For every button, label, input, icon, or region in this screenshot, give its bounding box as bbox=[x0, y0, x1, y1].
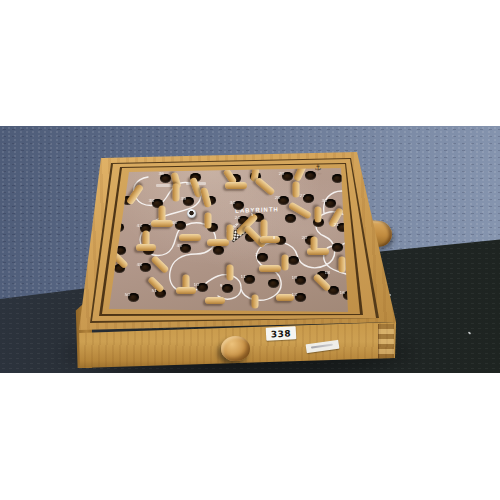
barrier-rod bbox=[136, 244, 156, 251]
hole-number: 19 bbox=[290, 275, 298, 279]
hole-number: 29 bbox=[277, 171, 285, 175]
hole bbox=[305, 171, 316, 180]
hole bbox=[268, 279, 279, 288]
barrier-rod bbox=[282, 254, 289, 270]
hole bbox=[213, 246, 224, 255]
barrier-rod bbox=[176, 287, 196, 294]
price-sticker bbox=[306, 340, 340, 354]
barrier-rod bbox=[227, 264, 234, 280]
front-tilt-knob bbox=[221, 336, 250, 361]
hole-number: 30 bbox=[320, 198, 328, 202]
hole-number: 16 bbox=[338, 290, 346, 294]
barrier-rod bbox=[339, 256, 346, 272]
hole-number: 46 bbox=[170, 220, 178, 224]
barrier-rod bbox=[261, 219, 268, 237]
hole bbox=[332, 174, 343, 183]
screenshot-canvas: 338 ⚓ ····· L bbox=[0, 0, 500, 500]
hole bbox=[288, 256, 299, 265]
steel-ball bbox=[187, 209, 196, 218]
hole-number: 48 bbox=[135, 262, 143, 266]
barrier-rod bbox=[227, 224, 234, 240]
barrier-rod bbox=[311, 236, 318, 250]
hole-number: 50 bbox=[123, 292, 131, 296]
hole-number: 24 bbox=[233, 215, 241, 219]
hole-number: 51 bbox=[150, 288, 158, 292]
hole-number: 36 bbox=[157, 171, 165, 175]
barrier-rod bbox=[259, 265, 281, 272]
hole-number: 10 bbox=[192, 282, 200, 286]
hole-number: 38 bbox=[147, 198, 155, 202]
hole-number: 39 bbox=[179, 196, 187, 200]
box-top: ⚓ ····· LABYRINTH FINISH 363738394041434… bbox=[78, 148, 398, 332]
hole bbox=[285, 214, 296, 223]
hole-number: 45 bbox=[175, 243, 183, 247]
hole-number: 18 bbox=[323, 270, 331, 274]
hole-number: 43 bbox=[135, 223, 143, 227]
barrier-rod bbox=[179, 234, 201, 241]
hole-number: 34 bbox=[228, 200, 236, 204]
hole-number: 11 bbox=[239, 274, 247, 278]
barrier-rod bbox=[252, 294, 259, 308]
hole-number: 27 bbox=[298, 193, 306, 197]
barrier-rod bbox=[205, 297, 225, 304]
photo-background-carpet: 338 ⚓ ····· L bbox=[0, 126, 500, 373]
barrier-rod bbox=[225, 182, 247, 189]
hole-number: 28 bbox=[273, 195, 281, 199]
hole-number: 9 bbox=[217, 283, 225, 287]
hole-number: 13 bbox=[290, 292, 298, 296]
hole-number: 5 bbox=[248, 212, 256, 216]
hole-number: 20 bbox=[300, 235, 308, 239]
barrier-rod bbox=[207, 239, 229, 246]
barrier-rod bbox=[315, 206, 322, 222]
hole-number: 8 bbox=[270, 235, 278, 239]
handwriting-mark bbox=[311, 344, 333, 349]
hole-number: 21 bbox=[332, 222, 340, 226]
hole bbox=[332, 243, 343, 252]
barrier-rod bbox=[205, 212, 212, 228]
hole-number: 7 bbox=[252, 252, 260, 256]
